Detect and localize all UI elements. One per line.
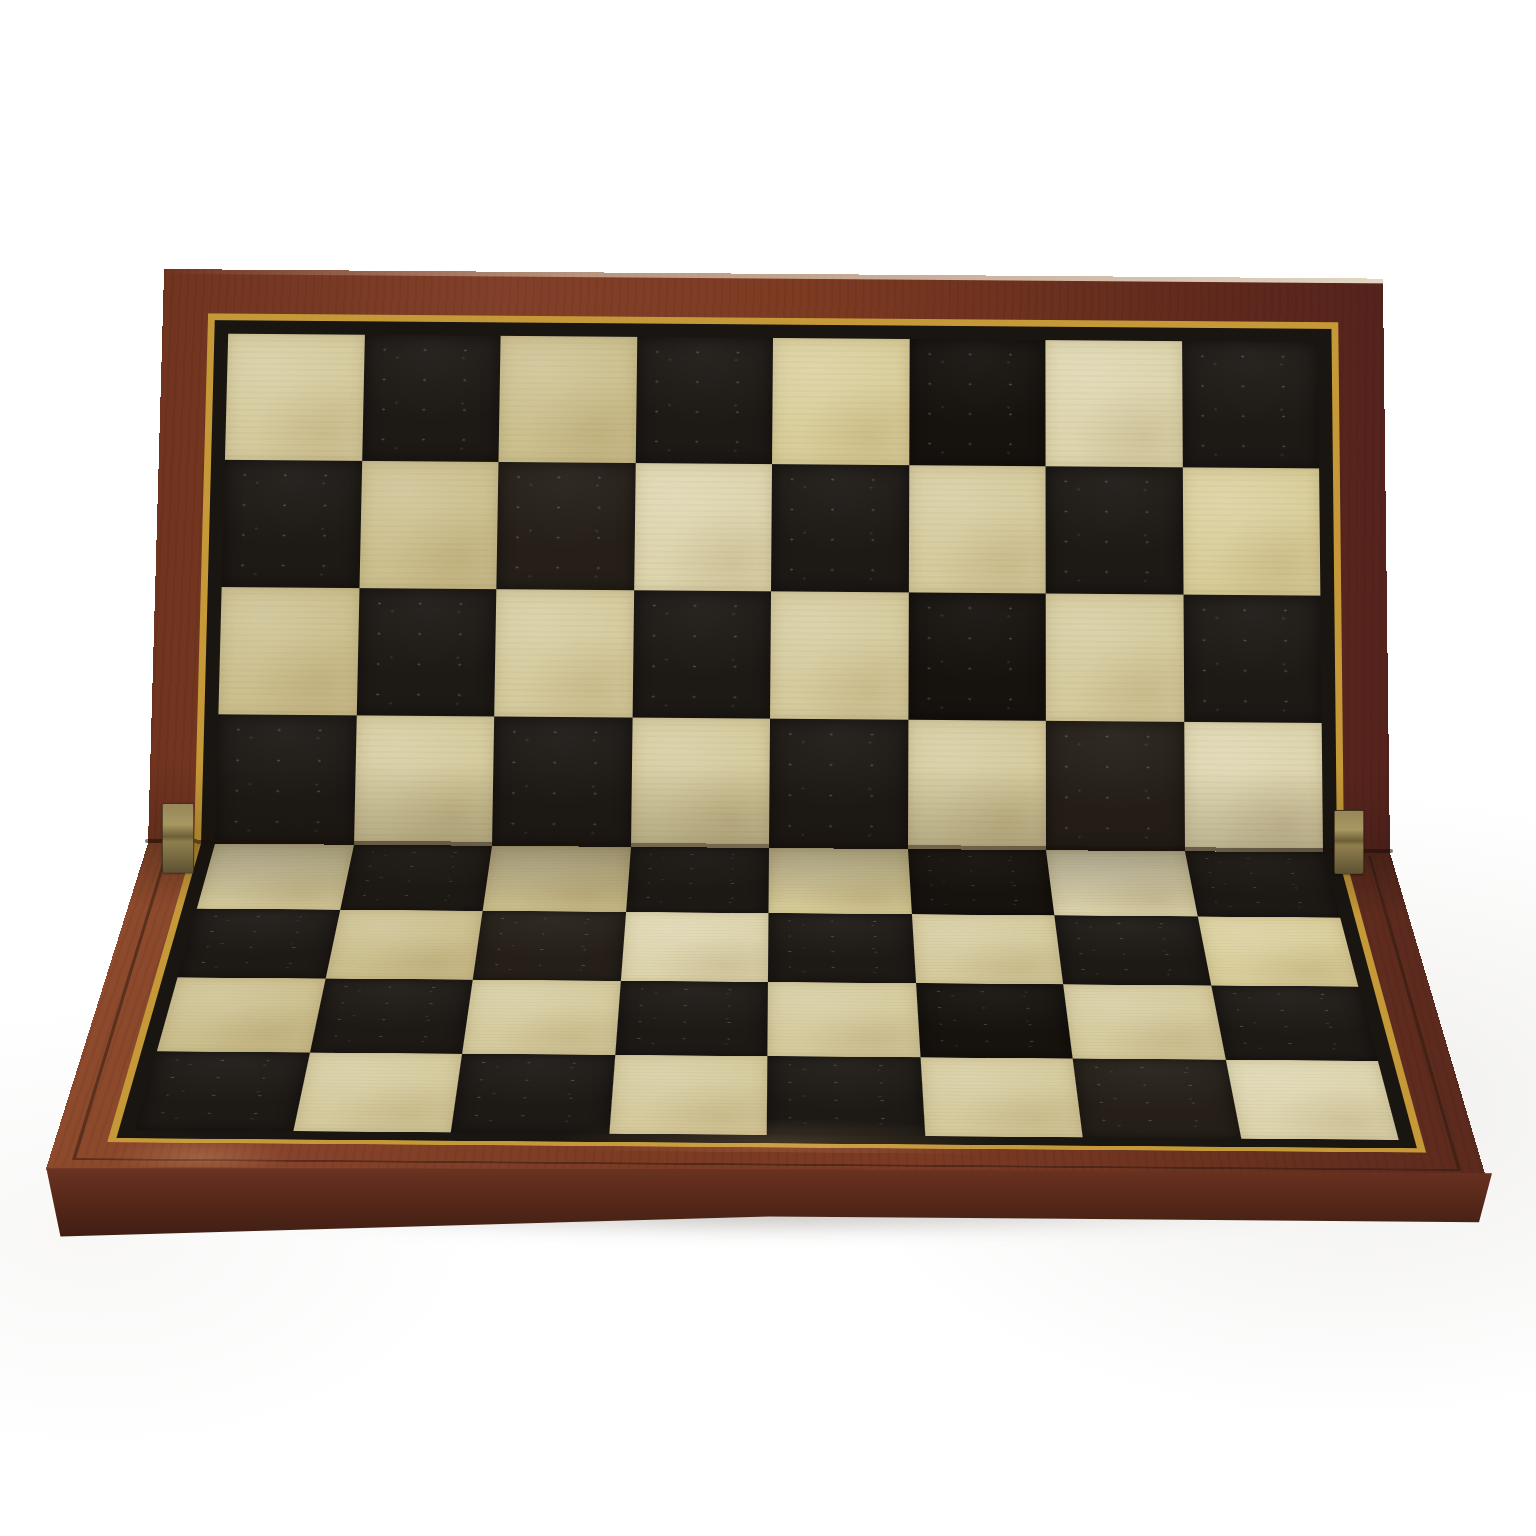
square-f4[interactable]: [907, 849, 1054, 915]
square-c1[interactable]: [451, 1053, 615, 1133]
square-h6[interactable]: [1183, 594, 1322, 723]
square-e2[interactable]: [767, 982, 920, 1057]
square-e5[interactable]: [769, 719, 908, 849]
square-f1[interactable]: [920, 1057, 1083, 1137]
square-a3[interactable]: [178, 908, 340, 978]
square-a7[interactable]: [222, 460, 362, 588]
square-f7[interactable]: [908, 465, 1045, 593]
square-g7[interactable]: [1046, 466, 1183, 594]
square-d2[interactable]: [615, 981, 768, 1056]
square-h5[interactable]: [1184, 722, 1323, 852]
square-d7[interactable]: [634, 463, 772, 591]
square-f6[interactable]: [908, 592, 1046, 721]
square-c7[interactable]: [496, 462, 635, 590]
brass-hinge-right-icon: [1334, 810, 1364, 874]
square-h4[interactable]: [1184, 851, 1340, 917]
square-e7[interactable]: [771, 464, 909, 592]
square-h2[interactable]: [1211, 985, 1378, 1060]
photo-scene: [0, 0, 1536, 1536]
square-g6[interactable]: [1046, 593, 1184, 722]
square-a5[interactable]: [215, 715, 356, 845]
gilt-border-upper: [194, 313, 1344, 852]
square-g2[interactable]: [1063, 984, 1225, 1059]
checkerboard-lower-ranks: [135, 844, 1399, 1140]
square-h7[interactable]: [1182, 467, 1320, 595]
square-d4[interactable]: [626, 847, 769, 913]
square-e8[interactable]: [772, 338, 909, 465]
square-b4[interactable]: [340, 845, 492, 911]
square-a8[interactable]: [225, 334, 364, 461]
board-lower-half: [46, 843, 1487, 1181]
square-h3[interactable]: [1197, 916, 1358, 986]
square-g5[interactable]: [1046, 721, 1185, 851]
square-g4[interactable]: [1046, 850, 1197, 916]
square-f3[interactable]: [911, 914, 1063, 984]
square-e6[interactable]: [770, 591, 908, 720]
square-f5[interactable]: [907, 720, 1045, 850]
square-g8[interactable]: [1045, 340, 1182, 467]
square-e3[interactable]: [768, 913, 916, 983]
square-a2[interactable]: [157, 977, 325, 1052]
square-b8[interactable]: [362, 335, 501, 462]
square-c8[interactable]: [498, 336, 636, 463]
square-b5[interactable]: [354, 716, 495, 846]
square-e1[interactable]: [767, 1056, 925, 1136]
gilt-border-lower: [107, 843, 1426, 1152]
square-c3[interactable]: [473, 911, 626, 981]
square-e4[interactable]: [768, 848, 911, 914]
square-d6[interactable]: [632, 590, 771, 719]
square-a6[interactable]: [218, 587, 359, 716]
board-upper-half: [148, 269, 1390, 853]
square-b3[interactable]: [325, 910, 483, 980]
square-f8[interactable]: [909, 339, 1046, 466]
square-c6[interactable]: [494, 589, 633, 718]
square-h1[interactable]: [1225, 1059, 1398, 1139]
square-b7[interactable]: [359, 461, 498, 589]
square-d8[interactable]: [635, 337, 773, 464]
square-c4[interactable]: [483, 846, 631, 912]
checkerboard-upper-ranks: [215, 334, 1323, 853]
square-g1[interactable]: [1073, 1058, 1241, 1138]
square-b6[interactable]: [356, 588, 496, 717]
square-h8[interactable]: [1182, 341, 1319, 468]
square-g3[interactable]: [1054, 915, 1210, 985]
square-f2[interactable]: [916, 983, 1073, 1058]
square-d3[interactable]: [620, 912, 768, 982]
brass-hinge-left-icon: [162, 803, 194, 873]
square-c5[interactable]: [492, 717, 632, 847]
square-a4[interactable]: [197, 844, 354, 910]
square-d1[interactable]: [609, 1055, 768, 1135]
square-d5[interactable]: [631, 718, 771, 848]
square-c2[interactable]: [462, 980, 620, 1055]
square-b1[interactable]: [293, 1052, 462, 1132]
square-a1[interactable]: [135, 1051, 310, 1131]
square-b2[interactable]: [310, 979, 473, 1054]
